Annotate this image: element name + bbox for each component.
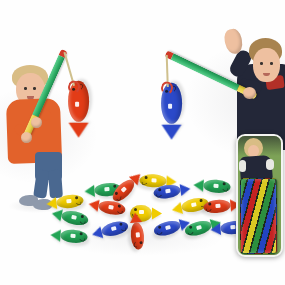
fish-eye xyxy=(134,208,137,211)
fish-label xyxy=(108,205,114,210)
fish-eye xyxy=(139,241,142,244)
left-child-upper-grip-hand xyxy=(31,117,42,128)
fish-label xyxy=(111,226,117,231)
fish-mouth xyxy=(115,194,122,201)
left-child-eye-left xyxy=(24,87,27,90)
fish-tail xyxy=(50,229,61,242)
fish-mouth xyxy=(75,199,82,206)
fish-mouth xyxy=(156,228,164,236)
fish-mouth xyxy=(141,179,148,186)
fish-label xyxy=(191,202,197,207)
right-child-eye-right xyxy=(270,62,273,65)
inset-photo xyxy=(236,134,283,257)
inset-girl-sleeve-left xyxy=(239,160,246,172)
fish-label xyxy=(136,233,140,238)
green-fish xyxy=(50,228,88,244)
inset-bag xyxy=(240,178,277,254)
left-child-leg-right xyxy=(48,170,63,199)
fish-tail xyxy=(152,207,162,219)
right-child-eye-left xyxy=(260,62,263,65)
fish-mouth xyxy=(79,218,87,226)
inset-girl-sleeve-right xyxy=(266,159,274,170)
fish-body xyxy=(203,179,231,194)
green-fish xyxy=(51,207,90,228)
fish-label xyxy=(75,101,79,106)
fish-body xyxy=(153,183,182,200)
fish-mouth xyxy=(187,228,195,236)
fish-mouth xyxy=(120,226,127,232)
fish-tail xyxy=(162,125,182,140)
fish-body xyxy=(203,199,231,215)
fish-label xyxy=(105,187,110,191)
fish-label xyxy=(71,215,77,220)
fish-mouth xyxy=(221,185,229,192)
fish-tail xyxy=(180,182,192,195)
fish-label xyxy=(71,233,76,237)
fish-body xyxy=(60,229,88,244)
right-child-face xyxy=(253,48,280,82)
fish-label xyxy=(215,203,220,207)
fish-tail xyxy=(210,223,221,236)
fish-body xyxy=(97,199,126,217)
fish-tail xyxy=(84,185,95,198)
fish-body xyxy=(130,222,146,250)
fish-body xyxy=(100,219,129,239)
fish-body xyxy=(60,209,89,228)
fish-label xyxy=(66,199,71,204)
fish-label xyxy=(165,225,171,230)
fish-mouth xyxy=(205,205,213,212)
blue-fish xyxy=(90,219,129,241)
fish-mouth xyxy=(155,191,163,198)
fish-tail xyxy=(193,179,204,192)
fish-label xyxy=(165,189,171,194)
fish-label xyxy=(214,183,219,187)
fish-label xyxy=(120,186,126,192)
green-fish xyxy=(193,178,231,194)
fish-tail xyxy=(69,123,89,138)
fish-label xyxy=(151,178,156,182)
fish-label xyxy=(196,225,202,230)
fish-mouth xyxy=(78,235,86,242)
fish-label xyxy=(168,103,172,108)
fish-tail xyxy=(129,212,142,223)
left-child-eye-right xyxy=(33,87,36,90)
product-photo xyxy=(0,0,285,285)
left-child-lower-grip-hand xyxy=(21,132,32,143)
fish-mouth xyxy=(116,207,124,215)
right-child-grip-hand xyxy=(243,87,256,99)
